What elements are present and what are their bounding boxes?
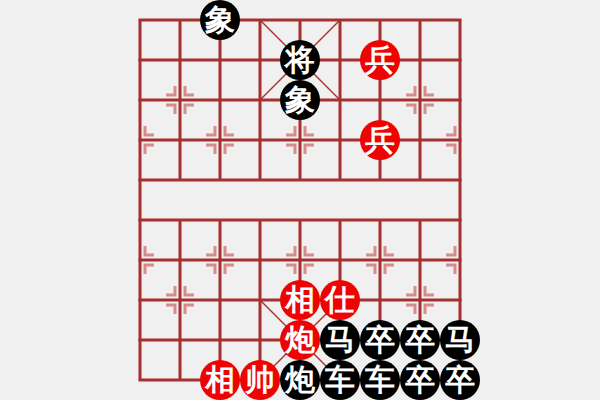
board-point bbox=[160, 200, 200, 240]
board-point bbox=[320, 120, 360, 160]
board-point bbox=[360, 0, 400, 40]
board-point bbox=[400, 160, 440, 200]
board-point bbox=[240, 40, 280, 80]
board-point: 仕 bbox=[320, 280, 360, 320]
board-point bbox=[200, 120, 240, 160]
board-point: 象 bbox=[200, 0, 240, 40]
board-point bbox=[440, 280, 480, 320]
board-point bbox=[440, 80, 480, 120]
board-point bbox=[240, 200, 280, 240]
board-point bbox=[400, 120, 440, 160]
board-point bbox=[120, 40, 160, 80]
board-point bbox=[120, 240, 160, 280]
board-point: 卒 bbox=[360, 320, 400, 360]
board-point bbox=[200, 200, 240, 240]
board-point: 卒 bbox=[400, 360, 440, 400]
board-point bbox=[240, 0, 280, 40]
board-point bbox=[440, 0, 480, 40]
board-point bbox=[320, 80, 360, 120]
board-point bbox=[240, 160, 280, 200]
board-point: 兵 bbox=[360, 120, 400, 160]
board-point: 卒 bbox=[440, 360, 480, 400]
board-point bbox=[280, 240, 320, 280]
board-point bbox=[320, 200, 360, 240]
board-point bbox=[320, 40, 360, 80]
board-point bbox=[200, 40, 240, 80]
board-point bbox=[400, 240, 440, 280]
board-point: 象 bbox=[280, 80, 320, 120]
board-point bbox=[120, 0, 160, 40]
piece-black-卒[interactable]: 卒 bbox=[440, 360, 480, 400]
board-point bbox=[440, 240, 480, 280]
board-point bbox=[280, 160, 320, 200]
board-point bbox=[200, 280, 240, 320]
piece-red-相[interactable]: 相 bbox=[280, 280, 320, 320]
board-point bbox=[400, 40, 440, 80]
board-point: 炮 bbox=[280, 320, 320, 360]
board-point bbox=[120, 120, 160, 160]
board-point bbox=[400, 0, 440, 40]
board-point: 卒 bbox=[400, 320, 440, 360]
board-point bbox=[400, 80, 440, 120]
piece-red-兵[interactable]: 兵 bbox=[360, 120, 400, 160]
board-point: 将 bbox=[280, 40, 320, 80]
board-point bbox=[440, 120, 480, 160]
board-point bbox=[160, 280, 200, 320]
board-point: 兵 bbox=[360, 40, 400, 80]
board-point: 帅 bbox=[240, 360, 280, 400]
xiangqi-board: 象将兵象兵相仕炮马卒卒马相帅炮车车卒卒 bbox=[0, 0, 600, 400]
piece-red-兵[interactable]: 兵 bbox=[360, 40, 400, 80]
board-point bbox=[400, 280, 440, 320]
board-point bbox=[360, 80, 400, 120]
board-point bbox=[160, 240, 200, 280]
piece-red-仕[interactable]: 仕 bbox=[320, 280, 360, 320]
board-point: 相 bbox=[200, 360, 240, 400]
board-point bbox=[160, 40, 200, 80]
piece-black-象[interactable]: 象 bbox=[200, 0, 240, 40]
board-point bbox=[360, 200, 400, 240]
board-pieces: 象将兵象兵相仕炮马卒卒马相帅炮车车卒卒 bbox=[120, 0, 480, 400]
board-point bbox=[240, 320, 280, 360]
board-point bbox=[120, 360, 160, 400]
board-point bbox=[160, 320, 200, 360]
board-point bbox=[320, 0, 360, 40]
piece-black-车[interactable]: 车 bbox=[320, 360, 360, 400]
board-point bbox=[200, 240, 240, 280]
board-point: 车 bbox=[360, 360, 400, 400]
board-point: 车 bbox=[320, 360, 360, 400]
board-point bbox=[200, 80, 240, 120]
board-point bbox=[160, 360, 200, 400]
board-point bbox=[360, 240, 400, 280]
board-point bbox=[160, 120, 200, 160]
piece-red-炮[interactable]: 炮 bbox=[280, 320, 320, 360]
board-point bbox=[400, 200, 440, 240]
piece-red-帅[interactable]: 帅 bbox=[240, 360, 280, 400]
board-point: 相 bbox=[280, 280, 320, 320]
board-point bbox=[440, 160, 480, 200]
board-point bbox=[160, 160, 200, 200]
board-point bbox=[320, 240, 360, 280]
board-point bbox=[240, 120, 280, 160]
board-point: 马 bbox=[440, 320, 480, 360]
piece-black-卒[interactable]: 卒 bbox=[400, 320, 440, 360]
board-point bbox=[360, 280, 400, 320]
piece-black-卒[interactable]: 卒 bbox=[360, 320, 400, 360]
piece-black-车[interactable]: 车 bbox=[360, 360, 400, 400]
board-point bbox=[280, 200, 320, 240]
board-point: 炮 bbox=[280, 360, 320, 400]
piece-red-相[interactable]: 相 bbox=[200, 360, 240, 400]
board-point bbox=[120, 80, 160, 120]
board-point bbox=[120, 200, 160, 240]
board-point bbox=[200, 320, 240, 360]
piece-black-象[interactable]: 象 bbox=[280, 80, 320, 120]
board-point bbox=[440, 40, 480, 80]
piece-black-炮[interactable]: 炮 bbox=[280, 360, 320, 400]
board-point bbox=[120, 160, 160, 200]
board-point bbox=[160, 0, 200, 40]
piece-black-马[interactable]: 马 bbox=[440, 320, 480, 360]
board-point bbox=[240, 280, 280, 320]
board-point bbox=[360, 160, 400, 200]
board-point bbox=[160, 80, 200, 120]
board-point bbox=[320, 160, 360, 200]
board-point bbox=[280, 120, 320, 160]
board-point bbox=[440, 200, 480, 240]
board-point bbox=[120, 320, 160, 360]
piece-black-卒[interactable]: 卒 bbox=[400, 360, 440, 400]
board-point bbox=[200, 160, 240, 200]
board-point bbox=[240, 240, 280, 280]
board-point: 马 bbox=[320, 320, 360, 360]
board-point bbox=[120, 280, 160, 320]
board-point bbox=[280, 0, 320, 40]
piece-black-将[interactable]: 将 bbox=[280, 40, 320, 80]
board-point bbox=[240, 80, 280, 120]
piece-black-马[interactable]: 马 bbox=[320, 320, 360, 360]
